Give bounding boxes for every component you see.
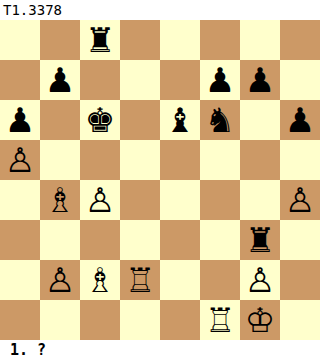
square-h3[interactable] bbox=[280, 220, 320, 260]
square-f4[interactable] bbox=[200, 180, 240, 220]
move-prompt: 1. ? bbox=[10, 340, 46, 360]
square-e4[interactable] bbox=[160, 180, 200, 220]
piece-black-pawn[interactable]: ♟ bbox=[285, 100, 315, 140]
square-g1[interactable]: ♔ bbox=[240, 300, 280, 340]
square-a7[interactable] bbox=[0, 60, 40, 100]
square-d5[interactable] bbox=[120, 140, 160, 180]
square-c6[interactable]: ♚ bbox=[80, 100, 120, 140]
piece-black-pawn[interactable]: ♟ bbox=[205, 60, 235, 100]
square-b2[interactable]: ♙ bbox=[40, 260, 80, 300]
square-g5[interactable] bbox=[240, 140, 280, 180]
piece-white-rook[interactable]: ♖ bbox=[125, 260, 155, 300]
square-g8[interactable] bbox=[240, 20, 280, 60]
square-a2[interactable] bbox=[0, 260, 40, 300]
piece-white-pawn[interactable]: ♙ bbox=[45, 260, 75, 300]
square-f6[interactable]: ♞ bbox=[200, 100, 240, 140]
square-d2[interactable]: ♖ bbox=[120, 260, 160, 300]
square-h2[interactable] bbox=[280, 260, 320, 300]
piece-black-pawn[interactable]: ♟ bbox=[45, 60, 75, 100]
square-b4[interactable]: ♗ bbox=[40, 180, 80, 220]
square-a4[interactable] bbox=[0, 180, 40, 220]
square-f1[interactable]: ♖ bbox=[200, 300, 240, 340]
piece-black-rook[interactable]: ♜ bbox=[85, 20, 115, 60]
square-g7[interactable]: ♟ bbox=[240, 60, 280, 100]
square-a1[interactable] bbox=[0, 300, 40, 340]
piece-white-bishop[interactable]: ♗ bbox=[45, 180, 75, 220]
square-b3[interactable] bbox=[40, 220, 80, 260]
piece-black-rook[interactable]: ♜ bbox=[245, 220, 275, 260]
square-e7[interactable] bbox=[160, 60, 200, 100]
square-e8[interactable] bbox=[160, 20, 200, 60]
piece-white-bishop[interactable]: ♗ bbox=[85, 260, 115, 300]
square-h7[interactable] bbox=[280, 60, 320, 100]
square-f7[interactable]: ♟ bbox=[200, 60, 240, 100]
square-f2[interactable] bbox=[200, 260, 240, 300]
piece-white-pawn[interactable]: ♙ bbox=[285, 180, 315, 220]
square-c4[interactable]: ♙ bbox=[80, 180, 120, 220]
square-a8[interactable] bbox=[0, 20, 40, 60]
square-b8[interactable] bbox=[40, 20, 80, 60]
square-b5[interactable] bbox=[40, 140, 80, 180]
square-c8[interactable]: ♜ bbox=[80, 20, 120, 60]
square-g4[interactable] bbox=[240, 180, 280, 220]
square-e2[interactable] bbox=[160, 260, 200, 300]
square-c3[interactable] bbox=[80, 220, 120, 260]
square-b6[interactable] bbox=[40, 100, 80, 140]
piece-white-king[interactable]: ♔ bbox=[245, 300, 275, 340]
square-b7[interactable]: ♟ bbox=[40, 60, 80, 100]
piece-black-pawn[interactable]: ♟ bbox=[245, 60, 275, 100]
square-c5[interactable] bbox=[80, 140, 120, 180]
square-h4[interactable]: ♙ bbox=[280, 180, 320, 220]
square-f3[interactable] bbox=[200, 220, 240, 260]
chess-board: ♜♟♟♟♟♚♝♞♟♙♗♙♙♜♙♗♖♙♖♔ bbox=[0, 20, 320, 340]
square-b1[interactable] bbox=[40, 300, 80, 340]
square-h8[interactable] bbox=[280, 20, 320, 60]
square-c7[interactable] bbox=[80, 60, 120, 100]
square-g3[interactable]: ♜ bbox=[240, 220, 280, 260]
square-f5[interactable] bbox=[200, 140, 240, 180]
square-e5[interactable] bbox=[160, 140, 200, 180]
square-h1[interactable] bbox=[280, 300, 320, 340]
square-d1[interactable] bbox=[120, 300, 160, 340]
square-a6[interactable]: ♟ bbox=[0, 100, 40, 140]
square-f8[interactable] bbox=[200, 20, 240, 60]
piece-white-rook[interactable]: ♖ bbox=[205, 300, 235, 340]
square-g2[interactable]: ♙ bbox=[240, 260, 280, 300]
status-bar: 1. ? bbox=[0, 340, 320, 360]
diagram-title: T1.3378 bbox=[3, 0, 62, 20]
square-h6[interactable]: ♟ bbox=[280, 100, 320, 140]
piece-black-knight[interactable]: ♞ bbox=[205, 100, 235, 140]
piece-black-king[interactable]: ♚ bbox=[85, 100, 115, 140]
square-d3[interactable] bbox=[120, 220, 160, 260]
piece-black-bishop[interactable]: ♝ bbox=[165, 100, 195, 140]
piece-black-pawn[interactable]: ♟ bbox=[5, 100, 35, 140]
square-d6[interactable] bbox=[120, 100, 160, 140]
square-d8[interactable] bbox=[120, 20, 160, 60]
square-g6[interactable] bbox=[240, 100, 280, 140]
square-h5[interactable] bbox=[280, 140, 320, 180]
square-c2[interactable]: ♗ bbox=[80, 260, 120, 300]
square-c1[interactable] bbox=[80, 300, 120, 340]
square-a5[interactable]: ♙ bbox=[0, 140, 40, 180]
piece-white-pawn[interactable]: ♙ bbox=[5, 140, 35, 180]
square-d7[interactable] bbox=[120, 60, 160, 100]
piece-white-pawn[interactable]: ♙ bbox=[245, 260, 275, 300]
square-a3[interactable] bbox=[0, 220, 40, 260]
title-bar: T1.3378 bbox=[0, 0, 320, 20]
square-d4[interactable] bbox=[120, 180, 160, 220]
square-e1[interactable] bbox=[160, 300, 200, 340]
square-e6[interactable]: ♝ bbox=[160, 100, 200, 140]
square-e3[interactable] bbox=[160, 220, 200, 260]
piece-white-pawn[interactable]: ♙ bbox=[85, 180, 115, 220]
